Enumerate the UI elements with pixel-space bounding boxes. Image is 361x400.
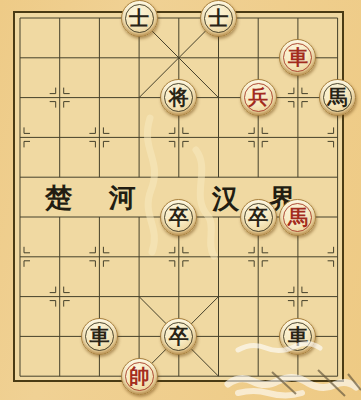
piece-red-soldier[interactable]: 兵 [240,79,277,116]
river-char-chu: 楚 [45,179,72,217]
piece-glyph: 卒 [161,200,196,235]
piece-glyph: 士 [201,1,236,36]
piece-glyph: 車 [280,319,315,354]
piece-red-horse[interactable]: 馬 [279,199,316,236]
piece-glyph: 卒 [161,319,196,354]
piece-black-chariot[interactable]: 車 [81,318,118,355]
piece-black-advisor[interactable]: 士 [200,0,237,37]
piece-red-general[interactable]: 帥 [121,358,158,395]
river-char-han: 汉 [212,180,239,218]
piece-glyph: 車 [280,40,315,75]
piece-glyph: 帥 [122,359,157,394]
piece-black-horse[interactable]: 馬 [319,79,356,116]
piece-glyph: 兵 [241,80,276,115]
piece-glyph: 馬 [280,200,315,235]
xiangqi-board: 楚 河 汉 界 士士車将兵馬卒卒馬車卒車帥 [0,0,361,400]
piece-black-soldier[interactable]: 卒 [160,318,197,355]
piece-black-soldier[interactable]: 卒 [160,199,197,236]
piece-black-chariot[interactable]: 車 [279,318,316,355]
piece-black-soldier[interactable]: 卒 [240,199,277,236]
piece-glyph: 車 [82,319,117,354]
piece-glyph: 卒 [241,200,276,235]
piece-black-general[interactable]: 将 [160,79,197,116]
piece-red-chariot[interactable]: 車 [279,39,316,76]
piece-glyph: 士 [122,1,157,36]
piece-black-advisor[interactable]: 士 [121,0,158,37]
piece-glyph: 馬 [320,80,355,115]
river-char-he: 河 [109,179,136,217]
river-label-left: 楚 河 [45,179,136,217]
piece-glyph: 将 [161,80,196,115]
